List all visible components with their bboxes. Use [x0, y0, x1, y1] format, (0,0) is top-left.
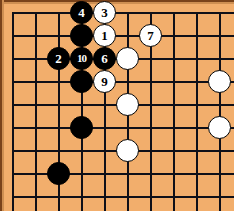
- intersection-c1-r8: [1, 162, 24, 185]
- intersection-c8-r2: [162, 24, 185, 47]
- intersection-c3-r8: [47, 162, 70, 185]
- intersection-c9-r3: [185, 47, 208, 70]
- intersection-c2-r7: [24, 139, 47, 162]
- intersection-c4-r9: [70, 185, 93, 208]
- intersection-c6-r6: [116, 116, 139, 139]
- white-stone-move-9: 9: [93, 70, 116, 93]
- white-stone: [116, 93, 139, 116]
- intersection-c1-r7: [1, 139, 24, 162]
- intersection-c5-r7: [93, 139, 116, 162]
- intersection-c5-r3: 6: [93, 47, 116, 70]
- black-stone: [70, 24, 93, 47]
- intersection-c3-r3: 2: [47, 47, 70, 70]
- intersection-c6-r8: [116, 162, 139, 185]
- black-stone-move-10: 10: [70, 47, 93, 70]
- black-stone-move-4: 4: [70, 1, 93, 24]
- intersection-c2-r2: [24, 24, 47, 47]
- intersection-c7-r7: [139, 139, 162, 162]
- intersection-c4-r4: [70, 70, 93, 93]
- stone-move-number: 7: [147, 29, 154, 42]
- intersection-c8-r5: [162, 93, 185, 116]
- intersection-c8-r7: [162, 139, 185, 162]
- white-stone: [208, 70, 231, 93]
- intersection-c9-r5: [185, 93, 208, 116]
- intersection-c8-r1: [162, 1, 185, 24]
- intersection-c5-r4: 9: [93, 70, 116, 93]
- intersection-c4-r6: [70, 116, 93, 139]
- intersection-c9-r1: [185, 1, 208, 24]
- intersection-c8-r9: [162, 185, 185, 208]
- intersection-c9-r6: [185, 116, 208, 139]
- intersection-c3-r4: [47, 70, 70, 93]
- intersection-c6-r3: [116, 47, 139, 70]
- intersection-c4-r2: [70, 24, 93, 47]
- intersection-c1-r9: [1, 185, 24, 208]
- intersection-c10-r8: [208, 162, 231, 185]
- intersection-c5-r8: [93, 162, 116, 185]
- go-board: 431721069: [0, 0, 234, 211]
- intersection-c10-r1: [208, 1, 231, 24]
- intersection-c1-r2: [1, 24, 24, 47]
- intersection-c2-r5: [24, 93, 47, 116]
- intersection-c5-r5: [93, 93, 116, 116]
- intersection-c8-r4: [162, 70, 185, 93]
- black-stone: [70, 70, 93, 93]
- intersection-c7-r3: [139, 47, 162, 70]
- intersection-c7-r1: [139, 1, 162, 24]
- intersection-c1-r6: [1, 116, 24, 139]
- stone-move-number: 3: [101, 6, 108, 19]
- intersection-c7-r9: [139, 185, 162, 208]
- intersection-c7-r4: [139, 70, 162, 93]
- intersection-c7-r5: [139, 93, 162, 116]
- white-stone: [208, 116, 231, 139]
- stone-move-number: 9: [101, 75, 108, 88]
- black-stone-move-2: 2: [47, 47, 70, 70]
- white-stone-move-7: 7: [139, 24, 162, 47]
- intersection-c1-r4: [1, 70, 24, 93]
- intersection-c2-r4: [24, 70, 47, 93]
- black-stone-move-6: 6: [93, 47, 116, 70]
- intersection-c2-r9: [24, 185, 47, 208]
- intersection-c8-r6: [162, 116, 185, 139]
- intersection-c4-r7: [70, 139, 93, 162]
- stone-move-number: 10: [77, 53, 86, 64]
- intersection-c2-r8: [24, 162, 47, 185]
- intersection-c6-r5: [116, 93, 139, 116]
- intersection-c4-r1: 4: [70, 1, 93, 24]
- intersection-c2-r3: [24, 47, 47, 70]
- intersection-c6-r4: [116, 70, 139, 93]
- white-stone-move-3: 3: [93, 1, 116, 24]
- intersection-c5-r2: 1: [93, 24, 116, 47]
- intersection-c4-r8: [70, 162, 93, 185]
- intersection-c10-r3: [208, 47, 231, 70]
- intersection-c8-r8: [162, 162, 185, 185]
- black-stone: [70, 116, 93, 139]
- intersection-c6-r1: [116, 1, 139, 24]
- intersection-c9-r2: [185, 24, 208, 47]
- intersection-c2-r6: [24, 116, 47, 139]
- stone-move-number: 2: [55, 52, 62, 65]
- intersection-grid: 431721069: [1, 1, 231, 208]
- intersection-c9-r8: [185, 162, 208, 185]
- intersection-c10-r9: [208, 185, 231, 208]
- intersection-c10-r7: [208, 139, 231, 162]
- intersection-c1-r5: [1, 93, 24, 116]
- intersection-c3-r5: [47, 93, 70, 116]
- intersection-c6-r2: [116, 24, 139, 47]
- intersection-c5-r9: [93, 185, 116, 208]
- intersection-c4-r5: [70, 93, 93, 116]
- intersection-c1-r1: [1, 1, 24, 24]
- white-stone: [116, 47, 139, 70]
- intersection-c3-r1: [47, 1, 70, 24]
- black-stone: [47, 162, 70, 185]
- stone-move-number: 6: [101, 52, 108, 65]
- white-stone: [116, 139, 139, 162]
- intersection-c10-r2: [208, 24, 231, 47]
- intersection-c5-r1: 3: [93, 1, 116, 24]
- intersection-c2-r1: [24, 1, 47, 24]
- intersection-c8-r3: [162, 47, 185, 70]
- intersection-c9-r4: [185, 70, 208, 93]
- intersection-c10-r6: [208, 116, 231, 139]
- intersection-c3-r6: [47, 116, 70, 139]
- intersection-c3-r7: [47, 139, 70, 162]
- intersection-c7-r8: [139, 162, 162, 185]
- stone-move-number: 4: [78, 6, 85, 19]
- intersection-c3-r9: [47, 185, 70, 208]
- intersection-c6-r9: [116, 185, 139, 208]
- intersection-c6-r7: [116, 139, 139, 162]
- intersection-c1-r3: [1, 47, 24, 70]
- intersection-c10-r4: [208, 70, 231, 93]
- intersection-c7-r6: [139, 116, 162, 139]
- intersection-c5-r6: [93, 116, 116, 139]
- white-stone-move-1: 1: [93, 24, 116, 47]
- intersection-c9-r7: [185, 139, 208, 162]
- intersection-c9-r9: [185, 185, 208, 208]
- stone-move-number: 1: [101, 29, 108, 42]
- intersection-c4-r3: 10: [70, 47, 93, 70]
- intersection-c10-r5: [208, 93, 231, 116]
- intersection-c7-r2: 7: [139, 24, 162, 47]
- intersection-c3-r2: [47, 24, 70, 47]
